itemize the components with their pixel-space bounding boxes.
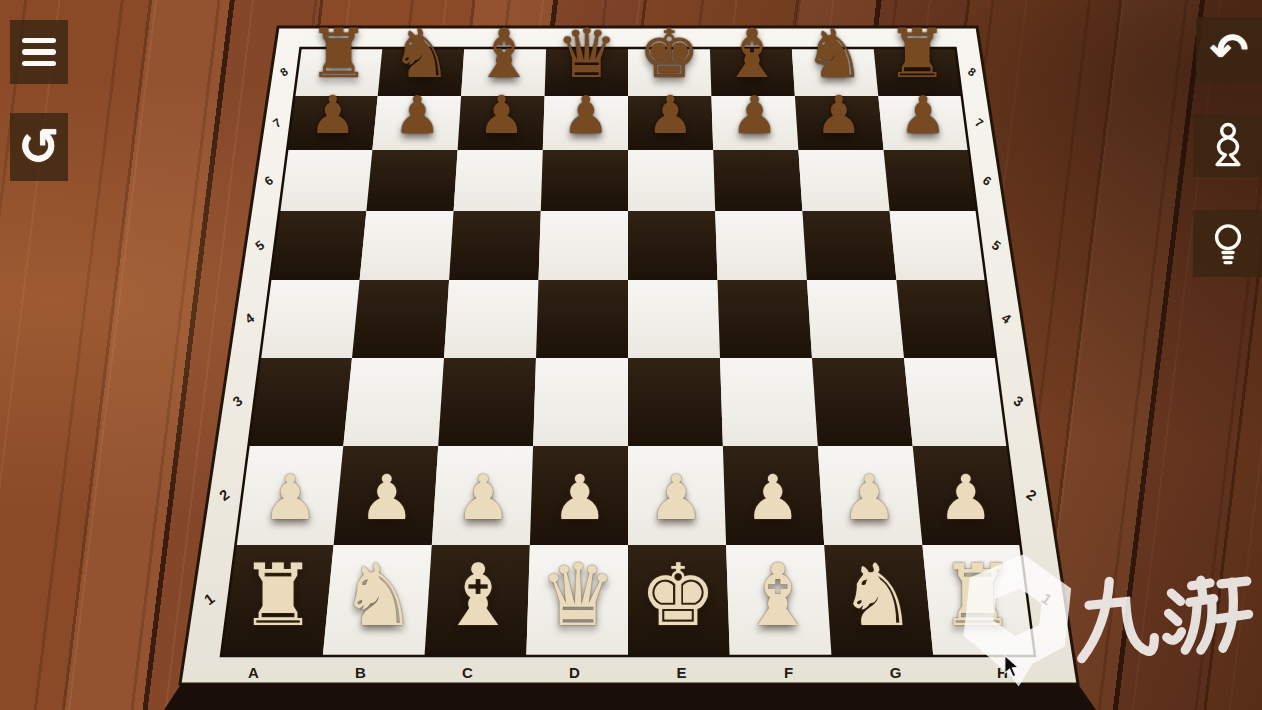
piece-black-bishop-c8[interactable]: ♝	[474, 20, 535, 88]
square-h3[interactable]	[904, 358, 1008, 446]
piece-white-king-e1[interactable]: ♚	[639, 552, 716, 638]
piece-black-rook-h8[interactable]: ♜	[887, 20, 948, 88]
square-g5[interactable]	[802, 211, 896, 280]
square-b4[interactable]	[352, 280, 449, 358]
square-e4[interactable]	[628, 280, 720, 358]
piece-black-bishop-f8[interactable]: ♝	[722, 20, 783, 88]
square-c4[interactable]	[444, 280, 539, 358]
piece-black-knight-g8[interactable]: ♞	[804, 20, 865, 88]
square-c5[interactable]	[449, 211, 541, 280]
undo-arrow-icon: ↶	[1210, 23, 1249, 77]
square-g6[interactable]	[798, 150, 889, 211]
square-f6[interactable]	[713, 150, 802, 211]
square-d6[interactable]	[541, 150, 628, 211]
undo-button[interactable]: ↶	[1196, 17, 1262, 83]
piece-white-pawn-e2[interactable]: ♟	[649, 467, 705, 529]
hint-button[interactable]	[1193, 210, 1262, 277]
piece-white-pawn-h2[interactable]: ♟	[938, 467, 994, 529]
piece-white-rook-h1[interactable]: ♜	[939, 552, 1016, 638]
square-g4[interactable]	[807, 280, 904, 358]
square-e3[interactable]	[628, 358, 723, 446]
square-h4[interactable]	[896, 280, 996, 358]
file-label-G: G	[890, 664, 902, 681]
square-a3[interactable]	[249, 358, 353, 446]
lightbulb-icon	[1201, 215, 1255, 273]
square-e5[interactable]	[628, 211, 718, 280]
piece-black-pawn-h7[interactable]: ♟	[900, 89, 947, 141]
square-f4[interactable]	[718, 280, 813, 358]
square-d5[interactable]	[539, 211, 629, 280]
square-b6[interactable]	[366, 150, 457, 211]
piece-white-pawn-f2[interactable]: ♟	[745, 467, 801, 529]
opponent-pawn-icon	[1201, 119, 1255, 173]
piece-black-pawn-e7[interactable]: ♟	[647, 89, 694, 141]
piece-white-knight-g1[interactable]: ♞	[839, 552, 916, 638]
file-label-A: A	[248, 664, 259, 681]
opponent-mode-button[interactable]	[1193, 114, 1262, 177]
square-a4[interactable]	[260, 280, 360, 358]
piece-black-pawn-d7[interactable]: ♟	[562, 89, 609, 141]
rotate-icon: ↺	[18, 118, 60, 176]
piece-black-king-e8[interactable]: ♚	[639, 20, 700, 88]
square-d4[interactable]	[536, 280, 628, 358]
piece-white-pawn-a2[interactable]: ♟	[262, 467, 318, 529]
file-label-E: E	[676, 664, 686, 681]
file-label-H: H	[997, 664, 1008, 681]
square-e6[interactable]	[628, 150, 715, 211]
file-label-C: C	[462, 664, 473, 681]
square-a6[interactable]	[279, 150, 372, 211]
piece-white-knight-b1[interactable]: ♞	[340, 552, 417, 638]
piece-white-bishop-c1[interactable]: ♝	[440, 552, 517, 638]
square-c3[interactable]	[438, 358, 536, 446]
piece-black-knight-b8[interactable]: ♞	[391, 20, 452, 88]
piece-white-pawn-c2[interactable]: ♟	[455, 467, 511, 529]
square-f3[interactable]	[720, 358, 818, 446]
piece-black-rook-a8[interactable]: ♜	[308, 20, 369, 88]
square-b3[interactable]	[343, 358, 444, 446]
piece-white-rook-a1[interactable]: ♜	[240, 552, 317, 638]
piece-white-pawn-d2[interactable]: ♟	[552, 467, 608, 529]
piece-black-queen-d8[interactable]: ♛	[556, 20, 617, 88]
file-label-B: B	[355, 664, 366, 681]
piece-black-pawn-f7[interactable]: ♟	[731, 89, 778, 141]
square-h5[interactable]	[890, 211, 986, 280]
square-c6[interactable]	[454, 150, 543, 211]
piece-white-pawn-g2[interactable]: ♟	[842, 467, 898, 529]
square-a5[interactable]	[270, 211, 366, 280]
square-d3[interactable]	[533, 358, 628, 446]
file-label-D: D	[569, 664, 580, 681]
piece-black-pawn-b7[interactable]: ♟	[394, 89, 441, 141]
piece-black-pawn-c7[interactable]: ♟	[478, 89, 525, 141]
piece-black-pawn-g7[interactable]: ♟	[815, 89, 862, 141]
restart-button[interactable]: ↺	[10, 113, 68, 181]
hamburger-icon	[22, 38, 56, 67]
menu-button[interactable]	[10, 20, 68, 84]
chess-board: ABCDEFGH8877665544332211	[0, 0, 1262, 710]
square-f5[interactable]	[715, 211, 807, 280]
file-label-F: F	[784, 664, 793, 681]
piece-white-queen-d1[interactable]: ♛	[539, 552, 616, 638]
piece-white-bishop-f1[interactable]: ♝	[739, 552, 816, 638]
chess-app-screen: { "game": "chess", "position": { "fen": …	[0, 0, 1262, 710]
square-g3[interactable]	[812, 358, 913, 446]
piece-white-pawn-b2[interactable]: ♟	[359, 467, 415, 529]
square-h6[interactable]	[884, 150, 977, 211]
square-b5[interactable]	[360, 211, 454, 280]
piece-black-pawn-a7[interactable]: ♟	[310, 89, 357, 141]
